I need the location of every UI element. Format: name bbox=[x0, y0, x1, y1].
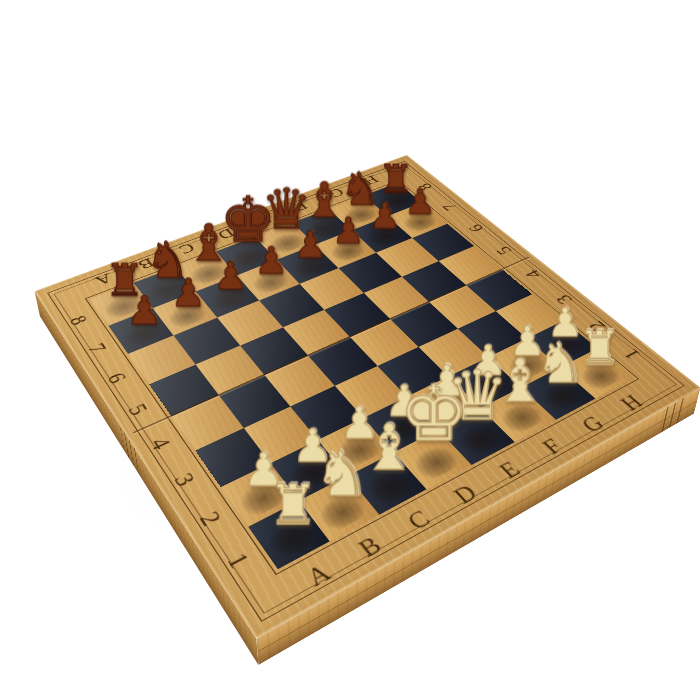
black-pawn: ♟ bbox=[213, 259, 247, 295]
black-pawn: ♟ bbox=[369, 200, 401, 234]
square-b4 bbox=[219, 375, 290, 428]
board-surface: ♜♞♝♚♛♝♞♜♟♟♟♟♟♟♟♟♟♟♟♟♟♟♟♟♜♞♝♚♛♝♞♜ ABCDEFG… bbox=[35, 155, 700, 639]
white-rook: ♜ bbox=[267, 479, 317, 532]
perspective-scene: ♜♞♝♚♛♝♞♜♟♟♟♟♟♟♟♟♟♟♟♟♟♟♟♟♜♞♝♚♛♝♞♜ ABCDEFG… bbox=[0, 0, 700, 700]
white-knight: ♞ bbox=[313, 445, 369, 505]
product-photo-stage: ♜♞♝♚♛♝♞♜♟♟♟♟♟♟♟♟♟♟♟♟♟♟♟♟♜♞♝♚♛♝♞♜ ABCDEFG… bbox=[0, 0, 700, 700]
coordinate-label-8: 8 bbox=[50, 303, 107, 338]
black-pawn: ♟ bbox=[171, 276, 206, 313]
black-pawn: ♟ bbox=[126, 292, 162, 330]
black-pawn: ♟ bbox=[254, 244, 288, 280]
chess-board: ♜♞♝♚♛♝♞♜♟♟♟♟♟♟♟♟♟♟♟♟♟♟♟♟♜♞♝♚♛♝♞♜ ABCDEFG… bbox=[35, 155, 700, 639]
black-pawn: ♟ bbox=[332, 214, 364, 248]
black-pawn: ♟ bbox=[294, 229, 327, 264]
